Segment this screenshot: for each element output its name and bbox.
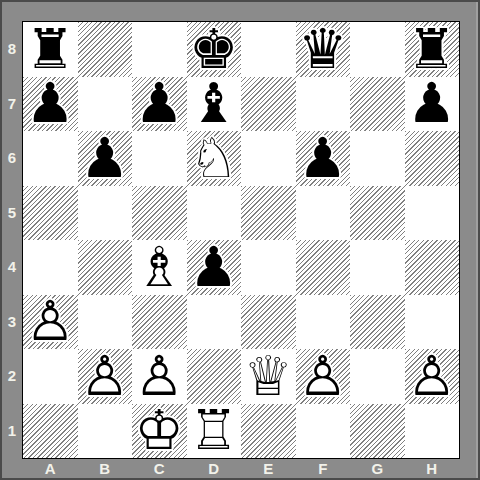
square-d1[interactable]: ♜♖ xyxy=(187,404,242,459)
square-d5[interactable] xyxy=(187,186,242,241)
square-c5[interactable] xyxy=(132,186,187,241)
square-f8[interactable]: ♛♛ xyxy=(296,22,351,77)
square-g2[interactable] xyxy=(350,349,405,404)
square-d7[interactable]: ♝♝ xyxy=(187,77,242,132)
square-b1[interactable] xyxy=(78,404,133,459)
rank-label-5: 5 xyxy=(2,186,22,241)
rank-label-8: 8 xyxy=(2,22,22,77)
file-label-b: B xyxy=(78,460,133,478)
square-a5[interactable] xyxy=(23,186,78,241)
square-b5[interactable] xyxy=(78,186,133,241)
square-a4[interactable] xyxy=(23,240,78,295)
square-c3[interactable] xyxy=(132,295,187,350)
square-e6[interactable] xyxy=(241,131,296,186)
square-e3[interactable] xyxy=(241,295,296,350)
piece-white-pawn-icon: ♙ xyxy=(78,349,133,404)
square-h4[interactable] xyxy=(405,240,460,295)
piece-black-pawn-icon: ♟ xyxy=(132,77,187,132)
square-c6[interactable] xyxy=(132,131,187,186)
piece-black-pawn-icon: ♟ xyxy=(78,131,133,186)
rank-label-6: 6 xyxy=(2,131,22,186)
black-pawn-halo: ♟ xyxy=(187,240,242,295)
black-queen-halo: ♛ xyxy=(296,22,351,77)
file-label-g: G xyxy=(350,460,405,478)
piece-white-queen-icon: ♕ xyxy=(241,349,296,404)
square-h8[interactable]: ♜♜ xyxy=(405,22,460,77)
square-b2[interactable]: ♟♙ xyxy=(78,349,133,404)
rank-label-1: 1 xyxy=(2,404,22,459)
black-rook-halo: ♜ xyxy=(23,22,78,77)
piece-black-queen-icon: ♛ xyxy=(296,22,351,77)
file-label-c: C xyxy=(132,460,187,478)
rank-labels: 87654321 xyxy=(2,22,22,458)
square-b7[interactable] xyxy=(78,77,133,132)
white-pawn-halo: ♟ xyxy=(78,349,133,404)
square-g4[interactable] xyxy=(350,240,405,295)
square-c2[interactable]: ♟♙ xyxy=(132,349,187,404)
piece-black-rook-icon: ♜ xyxy=(23,22,78,77)
square-f7[interactable] xyxy=(296,77,351,132)
square-f6[interactable]: ♟♟ xyxy=(296,131,351,186)
square-d6[interactable]: ♞♘ xyxy=(187,131,242,186)
white-rook-halo: ♜ xyxy=(187,404,242,459)
black-rook-halo: ♜ xyxy=(405,22,460,77)
black-pawn-halo: ♟ xyxy=(132,77,187,132)
square-f1[interactable] xyxy=(296,404,351,459)
square-b8[interactable] xyxy=(78,22,133,77)
square-e5[interactable] xyxy=(241,186,296,241)
black-bishop-halo: ♝ xyxy=(187,77,242,132)
file-label-h: H xyxy=(405,460,460,478)
piece-white-pawn-icon: ♙ xyxy=(296,349,351,404)
file-label-e: E xyxy=(241,460,296,478)
piece-white-pawn-icon: ♙ xyxy=(132,349,187,404)
piece-white-king-icon: ♔ xyxy=(132,404,187,459)
white-knight-halo: ♞ xyxy=(187,131,242,186)
square-a7[interactable]: ♟♟ xyxy=(23,77,78,132)
square-d8[interactable]: ♚♚ xyxy=(187,22,242,77)
black-king-halo: ♚ xyxy=(187,22,242,77)
file-label-a: A xyxy=(23,460,78,478)
piece-black-pawn-icon: ♟ xyxy=(405,77,460,132)
piece-black-pawn-icon: ♟ xyxy=(296,131,351,186)
rank-label-7: 7 xyxy=(2,77,22,132)
square-d4[interactable]: ♟♟ xyxy=(187,240,242,295)
square-b4[interactable] xyxy=(78,240,133,295)
black-pawn-halo: ♟ xyxy=(23,77,78,132)
white-king-halo: ♚ xyxy=(132,404,187,459)
square-a2[interactable] xyxy=(23,349,78,404)
rank-label-3: 3 xyxy=(2,295,22,350)
white-queen-halo: ♛ xyxy=(241,349,296,404)
square-g3[interactable] xyxy=(350,295,405,350)
piece-white-pawn-icon: ♙ xyxy=(23,295,78,350)
rank-label-2: 2 xyxy=(2,349,22,404)
piece-black-rook-icon: ♜ xyxy=(405,22,460,77)
square-g7[interactable] xyxy=(350,77,405,132)
square-g8[interactable] xyxy=(350,22,405,77)
square-h6[interactable] xyxy=(405,131,460,186)
square-d3[interactable] xyxy=(187,295,242,350)
file-label-f: F xyxy=(296,460,351,478)
white-pawn-halo: ♟ xyxy=(132,349,187,404)
black-pawn-halo: ♟ xyxy=(405,77,460,132)
square-e1[interactable] xyxy=(241,404,296,459)
white-pawn-halo: ♟ xyxy=(405,349,460,404)
piece-white-bishop-icon: ♗ xyxy=(132,240,187,295)
square-e7[interactable] xyxy=(241,77,296,132)
square-e8[interactable] xyxy=(241,22,296,77)
piece-white-knight-icon: ♘ xyxy=(187,131,242,186)
square-e4[interactable] xyxy=(241,240,296,295)
square-f2[interactable]: ♟♙ xyxy=(296,349,351,404)
square-b6[interactable]: ♟♟ xyxy=(78,131,133,186)
square-a1[interactable] xyxy=(23,404,78,459)
piece-black-king-icon: ♚ xyxy=(187,22,242,77)
square-g5[interactable] xyxy=(350,186,405,241)
square-a3[interactable]: ♟♙ xyxy=(23,295,78,350)
square-g6[interactable] xyxy=(350,131,405,186)
square-e2[interactable]: ♛♕ xyxy=(241,349,296,404)
square-c8[interactable] xyxy=(132,22,187,77)
chess-board: ♜♜♚♚♛♛♜♜♟♟♟♟♝♝♟♟♟♟♞♘♟♟♝♗♟♟♟♙♟♙♟♙♛♕♟♙♟♙♚♔… xyxy=(22,21,460,459)
white-bishop-halo: ♝ xyxy=(132,240,187,295)
square-c1[interactable]: ♚♔ xyxy=(132,404,187,459)
black-pawn-halo: ♟ xyxy=(296,131,351,186)
square-c4[interactable]: ♝♗ xyxy=(132,240,187,295)
piece-white-rook-icon: ♖ xyxy=(187,404,242,459)
white-pawn-halo: ♟ xyxy=(296,349,351,404)
square-h3[interactable] xyxy=(405,295,460,350)
square-f5[interactable] xyxy=(296,186,351,241)
file-label-d: D xyxy=(187,460,242,478)
file-labels: ABCDEFGH xyxy=(23,460,459,478)
square-h1[interactable] xyxy=(405,404,460,459)
rank-label-4: 4 xyxy=(2,240,22,295)
square-h2[interactable]: ♟♙ xyxy=(405,349,460,404)
white-pawn-halo: ♟ xyxy=(23,295,78,350)
black-pawn-halo: ♟ xyxy=(78,131,133,186)
square-h5[interactable] xyxy=(405,186,460,241)
square-g1[interactable] xyxy=(350,404,405,459)
square-b3[interactable] xyxy=(78,295,133,350)
square-a8[interactable]: ♜♜ xyxy=(23,22,78,77)
piece-black-pawn-icon: ♟ xyxy=(23,77,78,132)
piece-black-bishop-icon: ♝ xyxy=(187,77,242,132)
square-f4[interactable] xyxy=(296,240,351,295)
square-a6[interactable] xyxy=(23,131,78,186)
square-c7[interactable]: ♟♟ xyxy=(132,77,187,132)
chess-diagram: ♜♜♚♚♛♛♜♜♟♟♟♟♝♝♟♟♟♟♞♘♟♟♝♗♟♟♟♙♟♙♟♙♛♕♟♙♟♙♚♔… xyxy=(0,0,480,480)
piece-black-pawn-icon: ♟ xyxy=(187,240,242,295)
piece-white-pawn-icon: ♙ xyxy=(405,349,460,404)
square-f3[interactable] xyxy=(296,295,351,350)
square-d2[interactable] xyxy=(187,349,242,404)
square-h7[interactable]: ♟♟ xyxy=(405,77,460,132)
